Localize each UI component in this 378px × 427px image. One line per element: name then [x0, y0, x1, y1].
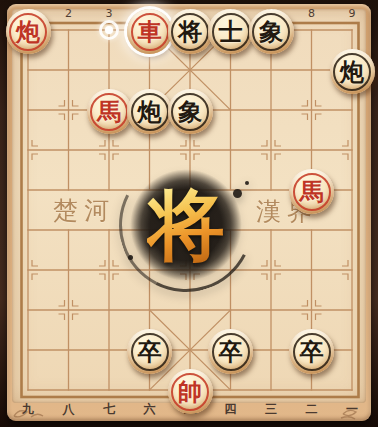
piece-character: 将 — [168, 9, 213, 54]
file-label-top-9: 9 — [342, 7, 362, 21]
file-label-bottom-6: 四 — [221, 402, 241, 416]
piece-red-chariot[interactable]: 車 — [127, 9, 172, 54]
piece-red-horse[interactable]: 馬 — [87, 89, 132, 134]
piece-black-general[interactable]: 将 — [168, 9, 213, 54]
piece-red-general[interactable]: 帥 — [168, 369, 213, 414]
piece-character: 卒 — [127, 329, 172, 374]
piece-character: 馬 — [87, 89, 132, 134]
piece-red-horse[interactable]: 馬 — [289, 169, 334, 214]
piece-character: 車 — [127, 9, 172, 54]
piece-black-elephant[interactable]: 象 — [168, 89, 213, 134]
ink-splatter-dot — [233, 189, 242, 198]
piece-character: 卒 — [289, 329, 334, 374]
file-label-bottom-1: 九 — [18, 402, 38, 416]
piece-black-soldier[interactable]: 卒 — [289, 329, 334, 374]
piece-black-soldier[interactable]: 卒 — [127, 329, 172, 374]
piece-character: 炮 — [330, 49, 375, 94]
file-label-bottom-3: 七 — [99, 402, 119, 416]
ink-splatter-dot — [245, 181, 249, 185]
file-label-top-2: 2 — [59, 7, 79, 21]
piece-character: 象 — [168, 89, 213, 134]
check-announcement-overlay: 将 — [124, 163, 248, 287]
file-label-top-3: 3 — [99, 7, 119, 21]
river-label-chu-he: 楚河 — [53, 198, 115, 223]
piece-character: 象 — [249, 9, 294, 54]
file-label-bottom-8: 二 — [302, 402, 322, 416]
piece-character: 炮 — [127, 89, 172, 134]
last-move-source-marker — [99, 20, 119, 40]
piece-character: 帥 — [168, 369, 213, 414]
xiangqi-game-screen: 楚河 漢界 123456789 九八七六五四三二一 炮車将士象炮馬炮象馬卒卒卒帥… — [0, 0, 378, 427]
piece-red-cannon[interactable]: 炮 — [6, 9, 51, 54]
ink-splatter-dot — [128, 255, 133, 260]
piece-black-soldier[interactable]: 卒 — [208, 329, 253, 374]
piece-black-elephant[interactable]: 象 — [249, 9, 294, 54]
piece-character: 馬 — [289, 169, 334, 214]
file-label-bottom-4: 六 — [140, 402, 160, 416]
piece-black-cannon[interactable]: 炮 — [127, 89, 172, 134]
piece-character: 炮 — [6, 9, 51, 54]
file-label-top-8: 8 — [302, 7, 322, 21]
piece-character: 士 — [208, 9, 253, 54]
file-label-bottom-2: 八 — [59, 402, 79, 416]
piece-character: 卒 — [208, 329, 253, 374]
file-label-bottom-7: 三 — [261, 402, 281, 416]
check-announcement-text: 将 — [147, 186, 225, 264]
file-label-bottom-9: 一 — [342, 402, 362, 416]
piece-black-advisor[interactable]: 士 — [208, 9, 253, 54]
piece-black-cannon[interactable]: 炮 — [330, 49, 375, 94]
